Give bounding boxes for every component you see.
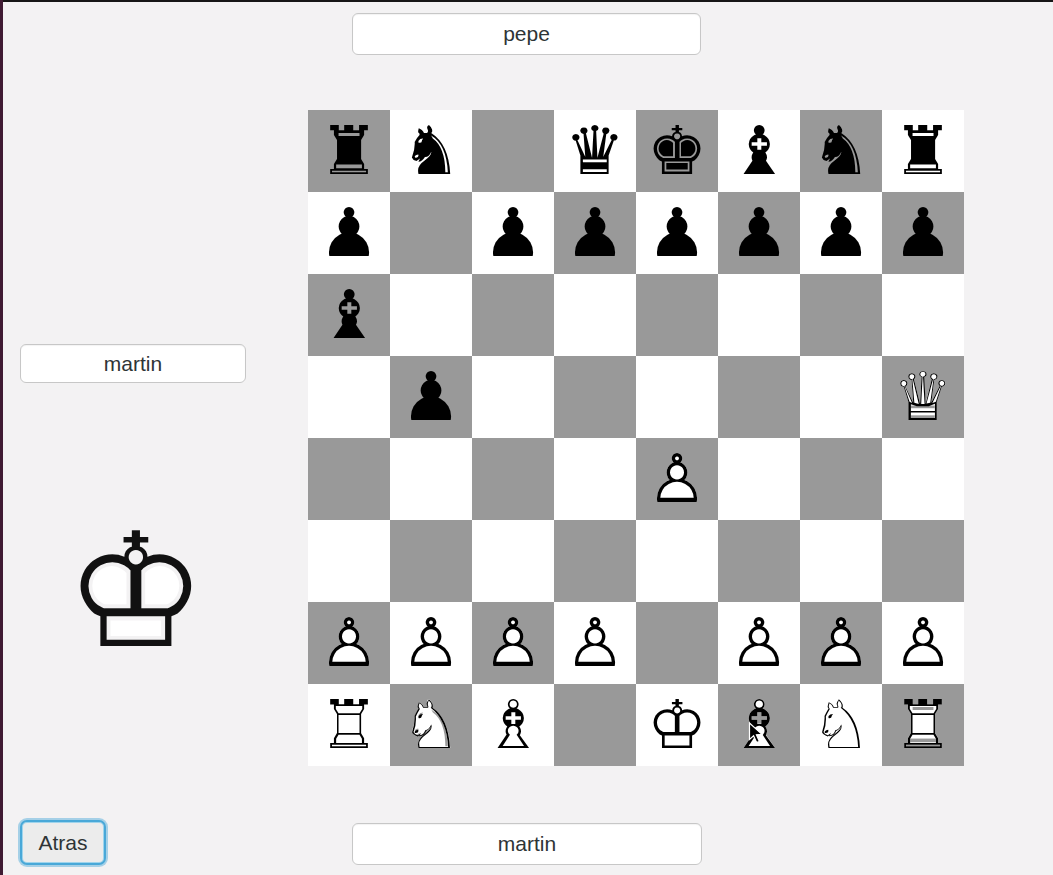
piece-white-bishop[interactable]: ♝♗	[718, 684, 800, 766]
square-b7[interactable]	[390, 192, 472, 274]
piece-black-pawn[interactable]: ♟	[800, 192, 882, 274]
square-e4[interactable]: ♟♙	[636, 438, 718, 520]
square-c5[interactable]	[472, 356, 554, 438]
piece-black-knight[interactable]: ♞	[390, 110, 472, 192]
square-h3[interactable]	[882, 520, 964, 602]
square-e3[interactable]	[636, 520, 718, 602]
square-c4[interactable]	[472, 438, 554, 520]
piece-white-pawn[interactable]: ♟♙	[390, 602, 472, 684]
piece-outline: ♙	[390, 602, 472, 684]
piece-white-pawn[interactable]: ♟♙	[636, 438, 718, 520]
square-e5[interactable]	[636, 356, 718, 438]
square-d7[interactable]: ♟	[554, 192, 636, 274]
square-h2[interactable]: ♟♙	[882, 602, 964, 684]
piece-outline: ♖	[308, 684, 390, 766]
piece-outline: ♙	[718, 602, 800, 684]
piece-outline: ♖	[882, 684, 964, 766]
square-g3[interactable]	[800, 520, 882, 602]
square-b1[interactable]: ♞♘	[390, 684, 472, 766]
piece-outline: ♙	[308, 602, 390, 684]
square-g7[interactable]: ♟	[800, 192, 882, 274]
square-a2[interactable]: ♟♙	[308, 602, 390, 684]
square-d6[interactable]	[554, 274, 636, 356]
piece-white-pawn[interactable]: ♟♙	[472, 602, 554, 684]
piece-black-bishop[interactable]: ♝	[718, 110, 800, 192]
piece-white-knight[interactable]: ♞♘	[390, 684, 472, 766]
piece-black-queen[interactable]: ♛	[554, 110, 636, 192]
player-name-bottom-input[interactable]	[352, 823, 702, 865]
square-a1[interactable]: ♜♖	[308, 684, 390, 766]
piece-black-king[interactable]: ♚	[636, 110, 718, 192]
square-g4[interactable]	[800, 438, 882, 520]
square-b2[interactable]: ♟♙	[390, 602, 472, 684]
square-f8[interactable]: ♝	[718, 110, 800, 192]
piece-outline: ♙	[472, 602, 554, 684]
piece-white-bishop[interactable]: ♝♗	[472, 684, 554, 766]
square-c1[interactable]: ♝♗	[472, 684, 554, 766]
chess-app-window: { "game": "chess", "position": { "fen": …	[0, 0, 1053, 875]
square-e1[interactable]: ♚♔	[636, 684, 718, 766]
square-a7[interactable]: ♟	[308, 192, 390, 274]
piece-outline: ♙	[554, 602, 636, 684]
piece-black-bishop[interactable]: ♝	[308, 274, 390, 356]
square-e8[interactable]: ♚	[636, 110, 718, 192]
square-b6[interactable]	[390, 274, 472, 356]
square-h8[interactable]: ♜	[882, 110, 964, 192]
square-e2[interactable]	[636, 602, 718, 684]
piece-outline: ♗	[718, 684, 800, 766]
square-b4[interactable]	[390, 438, 472, 520]
square-f7[interactable]: ♟	[718, 192, 800, 274]
square-f2[interactable]: ♟♙	[718, 602, 800, 684]
square-f5[interactable]	[718, 356, 800, 438]
piece-white-rook[interactable]: ♜♖	[882, 684, 964, 766]
player-name-side-input[interactable]	[20, 344, 246, 383]
square-h7[interactable]: ♟	[882, 192, 964, 274]
piece-white-pawn[interactable]: ♟♙	[718, 602, 800, 684]
square-a5[interactable]	[308, 356, 390, 438]
piece-black-pawn[interactable]: ♟	[882, 192, 964, 274]
square-d2[interactable]: ♟♙	[554, 602, 636, 684]
piece-white-king[interactable]: ♚♔	[636, 684, 718, 766]
square-c6[interactable]	[472, 274, 554, 356]
piece-black-pawn[interactable]: ♟	[718, 192, 800, 274]
square-d3[interactable]	[554, 520, 636, 602]
piece-black-knight[interactable]: ♞	[800, 110, 882, 192]
piece-outline: ♕	[882, 356, 964, 438]
square-a3[interactable]	[308, 520, 390, 602]
square-g8[interactable]: ♞	[800, 110, 882, 192]
square-a8[interactable]: ♜	[308, 110, 390, 192]
square-f3[interactable]	[718, 520, 800, 602]
square-d1[interactable]	[554, 684, 636, 766]
square-d4[interactable]	[554, 438, 636, 520]
piece-outline: ♙	[636, 438, 718, 520]
piece-outline: ♔	[636, 684, 718, 766]
piece-white-pawn[interactable]: ♟♙	[800, 602, 882, 684]
square-e6[interactable]	[636, 274, 718, 356]
square-g1[interactable]: ♞♘	[800, 684, 882, 766]
square-g5[interactable]	[800, 356, 882, 438]
square-d5[interactable]	[554, 356, 636, 438]
square-g6[interactable]	[800, 274, 882, 356]
piece-black-pawn[interactable]: ♟	[308, 192, 390, 274]
piece-outline: ♙	[800, 602, 882, 684]
square-f4[interactable]	[718, 438, 800, 520]
white-king-icon-outline: ♔	[58, 505, 214, 677]
piece-white-queen[interactable]: ♛♕	[882, 356, 964, 438]
square-f6[interactable]	[718, 274, 800, 356]
square-c3[interactable]	[472, 520, 554, 602]
chess-board[interactable]: ♜♞♛♚♝♞♜♟♟♟♟♟♟♟♝♟♛♕♟♙♟♙♟♙♟♙♟♙♟♙♟♙♟♙♜♖♞♘♝♗…	[308, 110, 964, 766]
square-h5[interactable]: ♛♕	[882, 356, 964, 438]
piece-outline: ♘	[390, 684, 472, 766]
window-border-left	[0, 0, 3, 875]
square-h1[interactable]: ♜♖	[882, 684, 964, 766]
piece-black-rook[interactable]: ♜	[308, 110, 390, 192]
square-c8[interactable]	[472, 110, 554, 192]
piece-black-rook[interactable]: ♜	[882, 110, 964, 192]
square-d8[interactable]: ♛	[554, 110, 636, 192]
white-king-turn-indicator-icon: ♚ ♔	[58, 505, 214, 677]
window-border-top	[0, 0, 1053, 2]
piece-white-rook[interactable]: ♜♖	[308, 684, 390, 766]
piece-outline: ♘	[800, 684, 882, 766]
piece-white-pawn[interactable]: ♟♙	[882, 602, 964, 684]
piece-black-pawn[interactable]: ♟	[472, 192, 554, 274]
square-c2[interactable]: ♟♙	[472, 602, 554, 684]
piece-black-pawn[interactable]: ♟	[390, 356, 472, 438]
square-c7[interactable]: ♟	[472, 192, 554, 274]
square-b8[interactable]: ♞	[390, 110, 472, 192]
square-f1[interactable]: ♝♗	[718, 684, 800, 766]
square-b5[interactable]: ♟	[390, 356, 472, 438]
square-h4[interactable]	[882, 438, 964, 520]
square-e7[interactable]: ♟	[636, 192, 718, 274]
piece-outline: ♙	[882, 602, 964, 684]
piece-outline: ♗	[472, 684, 554, 766]
square-h6[interactable]	[882, 274, 964, 356]
square-b3[interactable]	[390, 520, 472, 602]
piece-black-pawn[interactable]: ♟	[554, 192, 636, 274]
square-a6[interactable]: ♝	[308, 274, 390, 356]
piece-white-pawn[interactable]: ♟♙	[308, 602, 390, 684]
piece-white-pawn[interactable]: ♟♙	[554, 602, 636, 684]
back-button[interactable]: Atras	[20, 820, 106, 865]
piece-black-pawn[interactable]: ♟	[636, 192, 718, 274]
piece-white-knight[interactable]: ♞♘	[800, 684, 882, 766]
square-g2[interactable]: ♟♙	[800, 602, 882, 684]
square-a4[interactable]	[308, 438, 390, 520]
player-name-top-input[interactable]	[352, 13, 701, 55]
